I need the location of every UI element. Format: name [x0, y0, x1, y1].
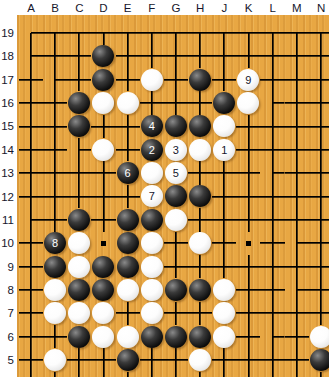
board-intersection-L15[interactable] — [188, 161, 212, 184]
board-intersection-B13[interactable] — [43, 208, 67, 231]
board-intersection-C15[interactable] — [236, 138, 260, 161]
column-label-K: K — [237, 1, 261, 15]
row-label-11: 11 — [0, 212, 14, 228]
board-intersection-D9[interactable] — [140, 372, 164, 377]
board-intersection-B10[interactable] — [285, 325, 309, 348]
board-intersection-D10[interactable] — [67, 348, 91, 371]
board-intersection-F11[interactable] — [188, 302, 212, 325]
black-stone-H8 — [189, 279, 211, 301]
row-label-17: 17 — [0, 72, 14, 88]
board-intersection-C17[interactable] — [116, 68, 140, 91]
board-intersection-N14[interactable] — [309, 185, 329, 208]
star-point-K10 — [246, 241, 251, 246]
board-intersection-M18[interactable] — [309, 45, 329, 68]
board-intersection-C11[interactable] — [19, 302, 43, 325]
board-intersection-K15[interactable] — [91, 161, 115, 184]
white-stone-B8 — [44, 279, 66, 301]
board-intersection-E18[interactable] — [140, 45, 164, 68]
column-label-C: C — [67, 1, 91, 15]
row-label-13: 13 — [0, 165, 14, 181]
board-intersection-N18[interactable] — [19, 68, 43, 91]
column-label-N: N — [309, 1, 329, 15]
board-intersection-L17[interactable] — [140, 91, 164, 114]
column-label-J: J — [212, 1, 236, 15]
board-intersection-A18[interactable] — [19, 45, 43, 68]
board-intersection-J16[interactable] — [260, 115, 284, 138]
black-stone-J16 — [213, 92, 235, 114]
board-intersection-A15[interactable] — [67, 138, 91, 161]
board-intersection-G17[interactable] — [285, 68, 309, 91]
board-intersection-K9[interactable] — [285, 372, 309, 377]
white-stone-B7 — [44, 302, 66, 324]
board-intersection-D11[interactable] — [116, 302, 140, 325]
board-intersection-K17[interactable] — [43, 91, 67, 114]
board-intersection-E12[interactable] — [188, 255, 212, 278]
board-intersection-C13[interactable] — [91, 208, 115, 231]
board-intersection-C19[interactable] — [67, 21, 91, 44]
white-stone-E16 — [117, 92, 139, 114]
black-stone-D18 — [92, 45, 114, 67]
board-intersection-D15[interactable] — [260, 138, 284, 161]
white-stone-F7 — [141, 302, 163, 324]
board-intersection-L19[interactable] — [260, 21, 284, 44]
white-stone-H5 — [189, 349, 211, 371]
black-stone-E13-move-6: 6 — [117, 162, 139, 184]
board-intersection-D17[interactable] — [164, 68, 188, 91]
black-stone-C6 — [68, 326, 90, 348]
star-point-D10 — [101, 241, 106, 246]
board-intersection-F15[interactable] — [309, 138, 329, 161]
board-intersection-L12[interactable] — [19, 278, 43, 301]
black-stone-H6 — [189, 326, 211, 348]
board-intersection-K14[interactable] — [236, 185, 260, 208]
white-stone-J7 — [213, 302, 235, 324]
board-intersection-M14[interactable] — [285, 185, 309, 208]
board-intersection-E19[interactable] — [116, 21, 140, 44]
row-label-14: 14 — [0, 142, 14, 158]
black-stone-F6 — [141, 326, 163, 348]
black-stone-N5 — [310, 349, 329, 371]
column-label-E: E — [116, 1, 140, 15]
black-stone-E5 — [117, 349, 139, 371]
white-stone-J15 — [213, 115, 235, 137]
board-intersection-G12[interactable] — [236, 255, 260, 278]
board-intersection-B11[interactable] — [309, 278, 329, 301]
black-stone-H15 — [189, 115, 211, 137]
move-number-label: 1 — [213, 139, 235, 161]
row-label-19: 19 — [0, 25, 14, 41]
board-intersection-G13[interactable] — [260, 208, 284, 231]
white-stone-E8 — [117, 279, 139, 301]
board-intersection-E9[interactable] — [164, 372, 188, 377]
board-intersection-H10[interactable] — [212, 348, 236, 371]
board-intersection-C18[interactable] — [67, 45, 91, 68]
board-intersection-E11[interactable] — [164, 302, 188, 325]
move-number-label: 8 — [44, 232, 66, 254]
white-stone-G11 — [165, 209, 187, 231]
board-intersection-E16[interactable] — [43, 115, 67, 138]
column-label-F: F — [140, 1, 164, 15]
black-stone-E9 — [117, 256, 139, 278]
board-intersection-G14[interactable] — [91, 185, 115, 208]
black-stone-G8 — [165, 279, 187, 301]
row-label-7: 7 — [0, 305, 14, 321]
board-intersection-K18[interactable] — [260, 45, 284, 68]
board-intersection-A11[interactable] — [285, 278, 309, 301]
move-number-label: 4 — [141, 115, 163, 137]
move-number-label: 3 — [165, 139, 187, 161]
board-intersection-G11[interactable] — [236, 302, 260, 325]
column-label-G: G — [164, 1, 188, 15]
board-intersection-B19[interactable] — [43, 21, 67, 44]
board-intersection-E13[interactable] — [212, 208, 236, 231]
board-intersection-A12[interactable] — [285, 232, 309, 255]
white-stone-K16 — [237, 92, 259, 114]
row-label-5: 5 — [0, 352, 14, 368]
move-number-label: 6 — [117, 162, 139, 184]
black-stone-C8 — [68, 279, 90, 301]
black-stone-B9 — [44, 256, 66, 278]
board-intersection-K12[interactable] — [309, 255, 329, 278]
board-intersection-E15[interactable] — [285, 138, 309, 161]
board-intersection-K10[interactable] — [260, 348, 284, 371]
board-intersection-K13[interactable] — [19, 232, 43, 255]
black-stone-G15 — [165, 115, 187, 137]
board-intersection-N10[interactable] — [43, 372, 67, 377]
white-stone-H10 — [189, 232, 211, 254]
board-intersection-F19[interactable] — [140, 21, 164, 44]
board-intersection-G19[interactable] — [164, 21, 188, 44]
white-stone-N6 — [310, 326, 329, 348]
board-intersection-H16[interactable] — [236, 115, 260, 138]
board-intersection-E14[interactable] — [43, 185, 67, 208]
go-diagram: 942316578 ABCDEFGHJKLMN 1918171615141312… — [0, 0, 329, 377]
board-intersection-M19[interactable] — [285, 21, 309, 44]
board-intersection-L9[interactable] — [309, 372, 329, 377]
black-stone-D17 — [92, 69, 114, 91]
board-intersection-L16[interactable] — [309, 115, 329, 138]
board-intersection-J12[interactable] — [285, 255, 309, 278]
board-grid: 942316578 — [19, 21, 329, 377]
white-stone-C7 — [68, 302, 90, 324]
board-intersection-J19[interactable] — [212, 21, 236, 44]
white-stone-D6 — [92, 326, 114, 348]
board-intersection-A13[interactable] — [19, 208, 43, 231]
board-intersection-D12[interactable] — [164, 255, 188, 278]
board-intersection-L10[interactable] — [285, 348, 309, 371]
board-intersection-N12[interactable] — [260, 278, 284, 301]
board-intersection-D14[interactable] — [19, 185, 43, 208]
board-intersection-F9[interactable] — [188, 372, 212, 377]
board-intersection-D13[interactable] — [188, 208, 212, 231]
board-intersection-H11[interactable] — [260, 302, 284, 325]
row-label-6: 6 — [0, 329, 14, 345]
board-intersection-F18[interactable] — [164, 45, 188, 68]
board-intersection-F16[interactable] — [91, 115, 115, 138]
board-intersection-J18[interactable] — [236, 45, 260, 68]
black-stone-C11 — [68, 209, 90, 231]
board-intersection-C9[interactable] — [116, 372, 140, 377]
board-intersection-A19[interactable] — [19, 21, 43, 44]
move-number-label: 2 — [141, 139, 163, 161]
white-stone-F12-move-7: 7 — [141, 185, 163, 207]
white-stone-E6 — [117, 326, 139, 348]
board-intersection-L13[interactable] — [164, 232, 188, 255]
go-board: 942316578 — [17, 15, 329, 377]
board-intersection-M17[interactable] — [164, 91, 188, 114]
column-label-L: L — [261, 1, 285, 15]
board-intersection-K16[interactable] — [285, 115, 309, 138]
white-stone-G14-move-3: 3 — [165, 139, 187, 161]
board-intersection-L14[interactable] — [260, 185, 284, 208]
board-intersection-C10[interactable] — [19, 348, 43, 371]
board-intersection-A10[interactable] — [260, 325, 284, 348]
board-intersection-F12[interactable] — [212, 255, 236, 278]
board-intersection-M13[interactable] — [212, 232, 236, 255]
black-stone-E10 — [117, 232, 139, 254]
board-intersection-J11[interactable] — [285, 302, 309, 325]
white-stone-H14 — [189, 139, 211, 161]
move-number-label: 5 — [165, 162, 187, 184]
board-intersection-H19[interactable] — [188, 21, 212, 44]
board-intersection-N17[interactable] — [188, 91, 212, 114]
board-intersection-B16[interactable] — [285, 91, 309, 114]
black-stone-H12 — [189, 185, 211, 207]
board-intersection-M12[interactable] — [236, 278, 260, 301]
board-intersection-H15[interactable] — [43, 161, 67, 184]
board-intersection-N11[interactable] — [236, 325, 260, 348]
row-label-15: 15 — [0, 118, 14, 134]
board-intersection-M16[interactable] — [19, 138, 43, 161]
board-intersection-E10[interactable] — [91, 348, 115, 371]
black-stone-F11 — [141, 209, 163, 231]
board-intersection-N19[interactable] — [309, 21, 329, 44]
black-stone-E11 — [117, 209, 139, 231]
board-intersection-A16[interactable] — [260, 91, 284, 114]
board-intersection-G16[interactable] — [116, 115, 140, 138]
row-label-16: 16 — [0, 95, 14, 111]
board-intersection-G9[interactable] — [212, 372, 236, 377]
board-intersection-D19[interactable] — [91, 21, 115, 44]
board-intersection-M15[interactable] — [212, 161, 236, 184]
board-intersection-F14[interactable] — [67, 185, 91, 208]
white-stone-F17 — [141, 69, 163, 91]
board-intersection-J10[interactable] — [236, 348, 260, 371]
board-intersection-G15[interactable] — [19, 161, 43, 184]
white-stone-C9 — [68, 256, 90, 278]
black-stone-H17 — [189, 69, 211, 91]
board-intersection-A17[interactable] — [43, 68, 67, 91]
white-stone-F10 — [141, 232, 163, 254]
white-stone-F8 — [141, 279, 163, 301]
board-intersection-H13[interactable] — [285, 208, 309, 231]
black-stone-F14-move-2: 2 — [141, 139, 163, 161]
board-intersection-E17[interactable] — [212, 68, 236, 91]
board-intersection-J17[interactable] — [19, 91, 43, 114]
board-intersection-A14[interactable] — [260, 161, 284, 184]
white-stone-J6 — [213, 326, 235, 348]
board-intersection-C12[interactable] — [19, 255, 43, 278]
column-label-B: B — [43, 1, 67, 15]
board-intersection-B17[interactable] — [67, 68, 91, 91]
board-intersection-M11[interactable] — [43, 325, 67, 348]
board-intersection-J13[interactable] — [309, 208, 329, 231]
column-label-M: M — [285, 1, 309, 15]
board-intersection-J14[interactable] — [212, 185, 236, 208]
board-intersection-F17[interactable] — [260, 68, 284, 91]
move-number-label: 7 — [141, 185, 163, 207]
white-stone-C10 — [68, 232, 90, 254]
board-intersection-H9[interactable] — [236, 372, 260, 377]
move-number-label: 9 — [237, 69, 259, 91]
board-intersection-J15[interactable] — [67, 161, 91, 184]
column-label-D: D — [92, 1, 116, 15]
board-intersection-L11[interactable] — [19, 325, 43, 348]
black-stone-C16 — [68, 92, 90, 114]
board-intersection-B15[interactable] — [116, 138, 140, 161]
black-stone-D8 — [92, 279, 114, 301]
black-stone-G12 — [165, 185, 187, 207]
board-intersection-K11[interactable] — [309, 302, 329, 325]
board-intersection-L18[interactable] — [285, 45, 309, 68]
white-stone-F13 — [141, 162, 163, 184]
board-intersection-N16[interactable] — [43, 138, 67, 161]
white-stone-D14 — [92, 139, 114, 161]
board-intersection-B12[interactable] — [309, 232, 329, 255]
black-stone-C15 — [68, 115, 90, 137]
board-intersection-C16[interactable] — [309, 91, 329, 114]
board-intersection-B14[interactable] — [285, 161, 309, 184]
white-stone-K17-move-9: 9 — [237, 69, 259, 91]
row-label-12: 12 — [0, 189, 14, 205]
board-intersection-N15[interactable] — [236, 161, 260, 184]
board-intersection-D18[interactable] — [116, 45, 140, 68]
column-label-H: H — [188, 1, 212, 15]
board-intersection-A9[interactable] — [67, 372, 91, 377]
board-intersection-M10[interactable] — [19, 372, 43, 377]
board-intersection-G18[interactable] — [188, 45, 212, 68]
black-stone-F15-move-4: 4 — [141, 115, 163, 137]
black-stone-G6 — [165, 326, 187, 348]
board-intersection-J9[interactable] — [260, 372, 284, 377]
board-intersection-F13[interactable] — [236, 208, 260, 231]
board-intersection-D16[interactable] — [19, 115, 43, 138]
black-stone-D9 — [92, 256, 114, 278]
board-intersection-N13[interactable] — [260, 232, 284, 255]
white-stone-D7 — [92, 302, 114, 324]
white-stone-D16 — [92, 92, 114, 114]
board-intersection-H18[interactable] — [212, 45, 236, 68]
board-intersection-G10[interactable] — [164, 348, 188, 371]
row-label-9: 9 — [0, 259, 14, 275]
board-intersection-F10[interactable] — [140, 348, 164, 371]
board-intersection-H17[interactable] — [309, 68, 329, 91]
white-stone-G13-move-5: 5 — [165, 162, 187, 184]
row-label-18: 18 — [0, 48, 14, 64]
black-stone-B10-move-8: 8 — [44, 232, 66, 254]
white-stone-J14-move-1: 1 — [213, 139, 235, 161]
board-intersection-K19[interactable] — [236, 21, 260, 44]
row-label-10: 10 — [0, 235, 14, 251]
white-stone-F9 — [141, 256, 163, 278]
white-stone-B5 — [44, 349, 66, 371]
row-label-8: 8 — [0, 282, 14, 298]
board-intersection-H12[interactable] — [260, 255, 284, 278]
white-stone-J8 — [213, 279, 235, 301]
board-intersection-B18[interactable] — [43, 45, 67, 68]
board-intersection-C14[interactable] — [309, 161, 329, 184]
board-intersection-B9[interactable] — [91, 372, 115, 377]
board-intersection-H14[interactable] — [116, 185, 140, 208]
column-label-A: A — [19, 1, 43, 15]
